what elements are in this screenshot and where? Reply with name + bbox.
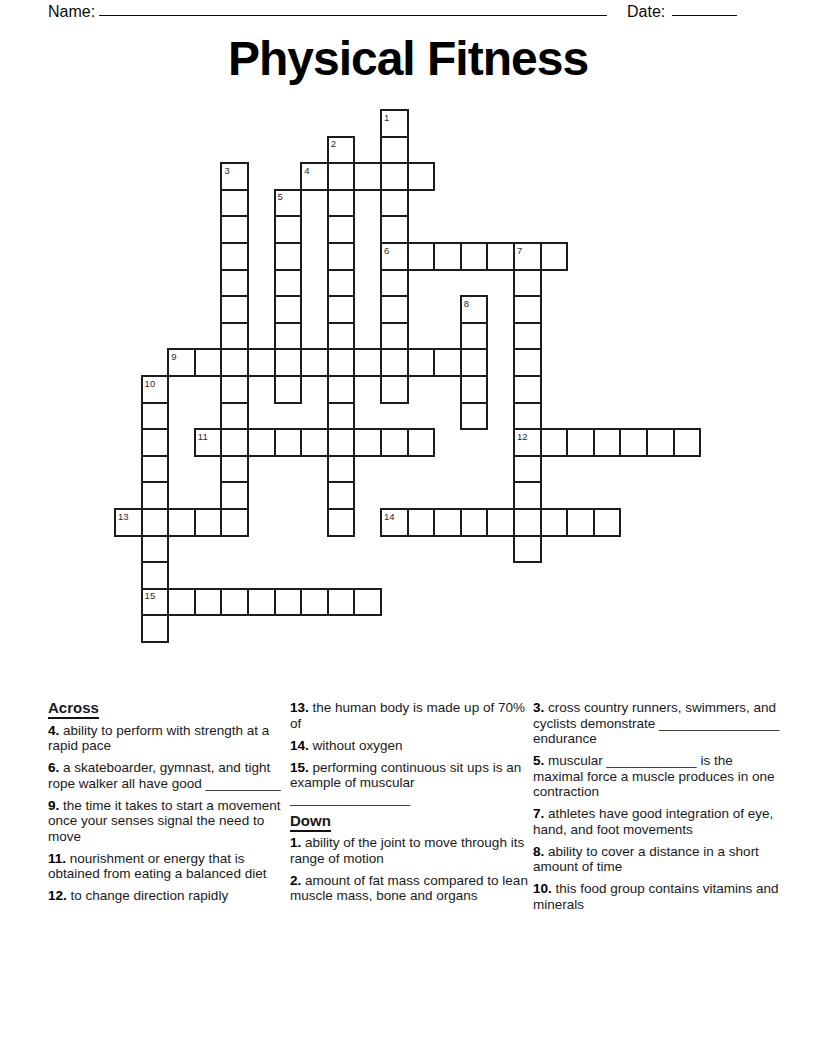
grid-cell[interactable]: 5 <box>274 189 303 218</box>
clue-text: a skateboarder, gymnast, and tight rope … <box>48 760 281 791</box>
grid-cell[interactable] <box>327 375 356 404</box>
grid-cell[interactable] <box>274 428 303 457</box>
grid-cell[interactable] <box>486 508 515 537</box>
grid-cell[interactable]: 2 <box>327 136 356 165</box>
grid-cell[interactable] <box>380 215 409 244</box>
grid-cell[interactable] <box>380 269 409 298</box>
grid-cell[interactable] <box>593 508 622 537</box>
clue-item: 6. a skateboarder, gymnast, and tight ro… <box>48 760 286 791</box>
grid-cell[interactable] <box>220 322 249 351</box>
grid-cell[interactable] <box>167 588 196 617</box>
clue-item: 2. amount of fat mass compared to lean m… <box>290 873 528 904</box>
clue-number: 6 <box>384 245 389 256</box>
grid-cell[interactable]: 15 <box>141 588 170 617</box>
clue-item: 8. ability to cover a distance in a shor… <box>533 844 783 875</box>
clue-number: 2 <box>331 138 336 149</box>
clue-number-label: 3. <box>533 700 544 715</box>
clue-number-label: 15. <box>290 760 309 775</box>
grid-cell[interactable] <box>274 295 303 324</box>
grid-cell[interactable] <box>327 189 356 218</box>
clue-number-label: 1. <box>290 835 301 850</box>
grid-cell[interactable] <box>141 455 170 484</box>
grid-cell[interactable] <box>194 508 223 537</box>
clue-item: 5. muscular ____________ is the maximal … <box>533 753 783 800</box>
grid-cell[interactable] <box>380 136 409 165</box>
clue-number-label: 2. <box>290 873 301 888</box>
grid-cell[interactable] <box>460 402 489 431</box>
grid-cell[interactable] <box>247 588 276 617</box>
grid-cell[interactable] <box>300 348 329 377</box>
grid-cell[interactable] <box>513 402 542 431</box>
grid-cell[interactable] <box>380 348 409 377</box>
clue-number-label: 14. <box>290 738 309 753</box>
grid-cell[interactable] <box>274 588 303 617</box>
clue-item: 15. performing continuous sit ups is an … <box>290 760 528 807</box>
clue-number: 7 <box>517 245 522 256</box>
clue-number: 5 <box>278 191 283 202</box>
grid-cell[interactable] <box>220 215 249 244</box>
grid-cell[interactable] <box>220 189 249 218</box>
page-title: Physical Fitness <box>0 31 816 86</box>
grid-cell[interactable] <box>220 481 249 510</box>
grid-cell[interactable] <box>327 269 356 298</box>
clue-heading-down: Down <box>290 813 528 829</box>
grid-cell[interactable] <box>274 322 303 351</box>
grid-cell[interactable]: 11 <box>194 428 223 457</box>
clue-text: to change direction rapidly <box>67 888 228 903</box>
clue-text: the human body is made up of 70% of <box>290 700 525 731</box>
date-blank-line <box>672 15 737 16</box>
grid-cell[interactable] <box>486 242 515 271</box>
clue-column: 3. cross country runners, swimmers, and … <box>533 700 783 919</box>
clue-text: cross country runners, swimmers, and cyc… <box>533 700 779 746</box>
grid-cell[interactable]: 8 <box>460 295 489 324</box>
grid-cell[interactable] <box>380 162 409 191</box>
clue-heading-across: Across <box>48 700 286 716</box>
grid-cell[interactable] <box>220 455 249 484</box>
grid-cell[interactable] <box>327 588 356 617</box>
grid-cell[interactable] <box>141 614 170 643</box>
grid-cell[interactable] <box>300 428 329 457</box>
clue-number: 3 <box>224 165 229 176</box>
grid-cell[interactable] <box>513 375 542 404</box>
grid-cell[interactable] <box>353 348 382 377</box>
name-label: Name: <box>48 2 95 21</box>
grid-cell[interactable] <box>327 402 356 431</box>
grid-cell[interactable] <box>274 348 303 377</box>
clue-column: 13. the human body is made up of 70% of1… <box>290 700 528 910</box>
clue-column: Across4. ability to perform with strengt… <box>48 700 286 910</box>
clue-item: 11. nourishment or energy that is obtain… <box>48 851 286 882</box>
clue-item: 9. the time it takes to start a movement… <box>48 798 286 845</box>
grid-cell[interactable] <box>407 162 436 191</box>
grid-cell[interactable] <box>220 242 249 271</box>
grid-cell[interactable] <box>274 215 303 244</box>
clue-item: 1. ability of the joint to move through … <box>290 835 528 866</box>
grid-cell[interactable] <box>353 588 382 617</box>
grid-cell[interactable] <box>274 269 303 298</box>
grid-cell[interactable] <box>540 242 569 271</box>
grid-cell[interactable]: 1 <box>380 109 409 138</box>
grid-cell[interactable] <box>513 455 542 484</box>
grid-cell[interactable] <box>194 588 223 617</box>
grid-cell[interactable] <box>380 428 409 457</box>
clue-number-label: 6. <box>48 760 59 775</box>
clue-number: 13 <box>118 511 129 522</box>
grid-cell[interactable] <box>141 481 170 510</box>
grid-cell[interactable] <box>407 242 436 271</box>
clue-item: 3. cross country runners, swimmers, and … <box>533 700 783 747</box>
clue-number-label: 8. <box>533 844 544 859</box>
grid-cell[interactable]: 6 <box>380 242 409 271</box>
grid-cell[interactable] <box>460 322 489 351</box>
grid-cell[interactable] <box>141 508 170 537</box>
grid-cell[interactable] <box>220 428 249 457</box>
grid-cell[interactable] <box>220 508 249 537</box>
clue-number-label: 7. <box>533 806 544 821</box>
grid-cell[interactable] <box>407 508 436 537</box>
grid-cell[interactable] <box>433 508 462 537</box>
grid-cell[interactable] <box>141 535 170 564</box>
clue-number: 15 <box>145 590 156 601</box>
clue-item: 4. ability to perform with strength at a… <box>48 723 286 754</box>
clue-text: ability to perform with strength at a ra… <box>48 723 269 754</box>
grid-cell[interactable] <box>460 508 489 537</box>
grid-cell[interactable]: 14 <box>380 508 409 537</box>
grid-cell[interactable] <box>380 295 409 324</box>
grid-cell[interactable] <box>327 242 356 271</box>
clue-number-label: 5. <box>533 753 544 768</box>
clue-number: 8 <box>464 298 469 309</box>
grid-cell[interactable]: 9 <box>167 348 196 377</box>
grid-cell[interactable] <box>353 162 382 191</box>
grid-cell[interactable] <box>327 348 356 377</box>
clue-number-label: 10. <box>533 881 552 896</box>
clue-text: ability to cover a distance in a short a… <box>533 844 759 875</box>
grid-cell[interactable] <box>513 508 542 537</box>
clue-number: 11 <box>198 431 208 442</box>
worksheet-page: Name: Date: Physical Fitness 16234571289… <box>0 0 816 1056</box>
grid-cell[interactable] <box>407 428 436 457</box>
grid-cell[interactable] <box>460 348 489 377</box>
grid-cell[interactable] <box>380 322 409 351</box>
grid-cell[interactable] <box>433 348 462 377</box>
grid-cell[interactable] <box>327 428 356 457</box>
grid-cell[interactable] <box>141 561 170 590</box>
clue-item: 13. the human body is made up of 70% of <box>290 700 528 731</box>
clue-text: ability of the joint to move through its… <box>290 835 524 866</box>
clue-text: the time it takes to start a movement on… <box>48 798 281 844</box>
grid-cell[interactable] <box>380 375 409 404</box>
grid-cell[interactable] <box>220 375 249 404</box>
clue-number: 10 <box>145 378 156 389</box>
clue-text: athletes have good integration of eye, h… <box>533 806 773 837</box>
clue-item: 12. to change direction rapidly <box>48 888 286 904</box>
grid-cell[interactable]: 12 <box>513 428 542 457</box>
grid-cell[interactable] <box>247 348 276 377</box>
grid-cell[interactable] <box>460 242 489 271</box>
date-label: Date: <box>627 2 665 21</box>
grid-cell[interactable]: 10 <box>141 375 170 404</box>
clue-item: 14. without oxygen <box>290 738 528 754</box>
grid-cell[interactable] <box>566 508 595 537</box>
grid-cell[interactable] <box>327 481 356 510</box>
clue-number: 4 <box>304 165 309 176</box>
clue-number: 12 <box>517 431 528 442</box>
grid-cell[interactable] <box>513 269 542 298</box>
grid-cell[interactable] <box>673 428 702 457</box>
grid-cell[interactable] <box>220 402 249 431</box>
clue-number: 1 <box>384 112 389 123</box>
grid-cell[interactable] <box>220 588 249 617</box>
grid-cell[interactable] <box>300 588 329 617</box>
grid-cell[interactable] <box>513 481 542 510</box>
clue-number-label: 9. <box>48 798 59 813</box>
name-blank-line <box>99 15 607 16</box>
grid-cell[interactable] <box>167 508 196 537</box>
grid-cell[interactable] <box>513 535 542 564</box>
clue-text: this food group contains vitamins and mi… <box>533 881 778 912</box>
grid-cell[interactable] <box>353 428 382 457</box>
clue-item: 10. this food group contains vitamins an… <box>533 881 783 912</box>
grid-cell[interactable] <box>540 508 569 537</box>
grid-cell[interactable] <box>274 375 303 404</box>
grid-cell[interactable] <box>566 428 595 457</box>
grid-cell[interactable]: 3 <box>220 162 249 191</box>
grid-cell[interactable] <box>220 348 249 377</box>
grid-cell[interactable] <box>141 402 170 431</box>
grid-cell[interactable] <box>220 269 249 298</box>
grid-cell[interactable]: 4 <box>300 162 329 191</box>
grid-cell[interactable] <box>380 189 409 218</box>
clue-text: performing continuous sit ups is an exam… <box>290 760 521 806</box>
grid-cell[interactable] <box>274 242 303 271</box>
grid-cell[interactable] <box>460 375 489 404</box>
grid-cell[interactable] <box>433 242 462 271</box>
grid-cell[interactable] <box>513 295 542 324</box>
grid-cell[interactable] <box>327 295 356 324</box>
grid-cell[interactable] <box>619 428 648 457</box>
grid-cell[interactable] <box>220 295 249 324</box>
grid-cell[interactable] <box>513 322 542 351</box>
grid-cell[interactable] <box>327 322 356 351</box>
clue-text: muscular ____________ is the maximal for… <box>533 753 775 799</box>
clue-number-label: 12. <box>48 888 67 903</box>
clue-text: amount of fat mass compared to lean musc… <box>290 873 528 904</box>
clue-number: 9 <box>171 351 176 362</box>
clue-number-label: 13. <box>290 700 309 715</box>
grid-cell[interactable]: 7 <box>513 242 542 271</box>
clue-number-label: 4. <box>48 723 59 738</box>
grid-cell[interactable] <box>194 348 223 377</box>
grid-cell[interactable]: 13 <box>114 508 143 537</box>
grid-cell[interactable] <box>593 428 622 457</box>
grid-cell[interactable] <box>646 428 675 457</box>
grid-cell[interactable] <box>540 428 569 457</box>
grid-cell[interactable] <box>327 455 356 484</box>
grid-cell[interactable] <box>141 428 170 457</box>
clue-text: without oxygen <box>309 738 403 753</box>
grid-cell[interactable] <box>247 428 276 457</box>
clue-number: 14 <box>384 511 395 522</box>
grid-cell[interactable] <box>327 162 356 191</box>
clue-number-label: 11. <box>48 851 66 866</box>
grid-cell[interactable] <box>327 508 356 537</box>
grid-cell[interactable] <box>327 215 356 244</box>
grid-cell[interactable] <box>513 348 542 377</box>
grid-cell[interactable] <box>407 348 436 377</box>
clue-text: nourishment or energy that is obtained f… <box>48 851 266 882</box>
clue-item: 7. athletes have good integration of eye… <box>533 806 783 837</box>
